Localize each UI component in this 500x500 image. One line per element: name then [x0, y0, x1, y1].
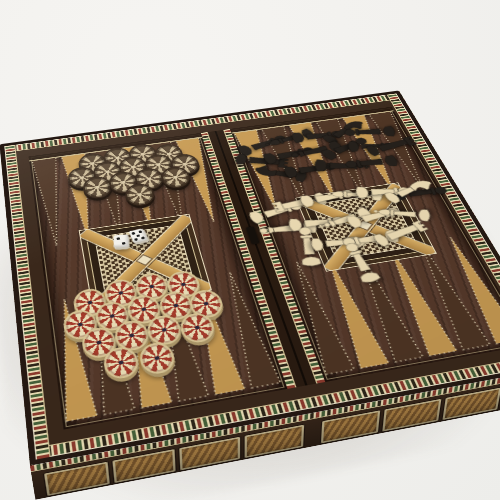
checker-light[interactable] — [137, 340, 177, 376]
checker-light[interactable] — [133, 271, 170, 302]
checker-light[interactable] — [72, 287, 108, 319]
game-box — [0, 91, 500, 466]
checker-light[interactable] — [103, 278, 140, 309]
die-showing-2[interactable] — [113, 234, 128, 248]
checker-light[interactable] — [102, 345, 141, 381]
center-medallion — [79, 214, 212, 310]
checker-light[interactable] — [80, 325, 118, 360]
checker-light[interactable] — [62, 308, 99, 341]
checker-light[interactable] — [178, 311, 218, 345]
checker-light[interactable] — [94, 300, 131, 333]
right-tray — [230, 107, 500, 382]
chess-piece-natural-pawn[interactable] — [337, 239, 386, 286]
checker-light[interactable] — [145, 313, 184, 347]
checker-light[interactable] — [165, 269, 203, 300]
checker-light[interactable] — [187, 288, 226, 320]
checker-light[interactable] — [157, 290, 195, 322]
checker-light[interactable] — [113, 319, 152, 353]
medallion-center — [136, 254, 153, 266]
checker-light[interactable] — [125, 293, 163, 325]
photo-scene — [0, 0, 500, 500]
